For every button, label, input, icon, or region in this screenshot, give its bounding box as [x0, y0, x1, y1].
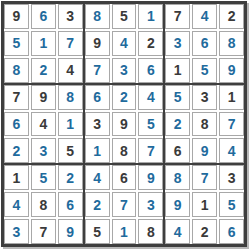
sudoku-cell-r2c7[interactable]: 3	[165, 31, 190, 56]
sudoku-box-2: 851942736	[85, 4, 164, 83]
sudoku-cell-r8c5[interactable]: 7	[112, 192, 137, 217]
sudoku-cell-r7c7[interactable]: 8	[165, 165, 190, 190]
sudoku-cell-r9c7[interactable]: 4	[165, 219, 190, 244]
sudoku-cell-r8c8[interactable]: 1	[192, 192, 217, 217]
sudoku-cell-r5c7[interactable]: 2	[165, 112, 190, 137]
sudoku-board: 9635178248519427367423681597986412356243…	[1, 1, 247, 247]
sudoku-cell-r3c4[interactable]: 7	[85, 58, 110, 83]
sudoku-cell-r3c9[interactable]: 9	[219, 58, 244, 83]
sudoku-cell-r2c2[interactable]: 1	[31, 31, 56, 56]
sudoku-cell-r8c1[interactable]: 4	[4, 192, 29, 217]
sudoku-cell-r5c6[interactable]: 5	[138, 112, 163, 137]
sudoku-cell-r5c2[interactable]: 4	[31, 112, 56, 137]
sudoku-cell-r1c7[interactable]: 7	[165, 4, 190, 29]
sudoku-cell-r9c8[interactable]: 2	[192, 219, 217, 244]
sudoku-cell-r4c5[interactable]: 2	[112, 85, 137, 110]
sudoku-cell-r9c1[interactable]: 3	[4, 219, 29, 244]
sudoku-cell-r7c9[interactable]: 3	[219, 165, 244, 190]
sudoku-cell-r6c6[interactable]: 7	[138, 138, 163, 163]
sudoku-box-4: 798641235	[4, 85, 83, 164]
sudoku-cell-r4c8[interactable]: 3	[192, 85, 217, 110]
sudoku-box-6: 531287694	[165, 85, 244, 164]
sudoku-cell-r8c9[interactable]: 5	[219, 192, 244, 217]
sudoku-cell-r1c2[interactable]: 6	[31, 4, 56, 29]
sudoku-cell-r1c6[interactable]: 1	[138, 4, 163, 29]
sudoku-cell-r8c3[interactable]: 6	[58, 192, 83, 217]
sudoku-cell-r5c3[interactable]: 1	[58, 112, 83, 137]
sudoku-cell-r3c3[interactable]: 4	[58, 58, 83, 83]
sudoku-cell-r6c1[interactable]: 2	[4, 138, 29, 163]
sudoku-cell-r4c2[interactable]: 9	[31, 85, 56, 110]
sudoku-box-8: 469273518	[85, 165, 164, 244]
sudoku-cell-r9c9[interactable]: 6	[219, 219, 244, 244]
sudoku-cell-r5c8[interactable]: 8	[192, 112, 217, 137]
sudoku-cell-r1c8[interactable]: 4	[192, 4, 217, 29]
sudoku-cell-r8c7[interactable]: 9	[165, 192, 190, 217]
sudoku-cell-r7c4[interactable]: 4	[85, 165, 110, 190]
sudoku-cell-r4c4[interactable]: 6	[85, 85, 110, 110]
sudoku-cell-r4c6[interactable]: 4	[138, 85, 163, 110]
sudoku-cell-r5c5[interactable]: 9	[112, 112, 137, 137]
sudoku-cell-r7c6[interactable]: 9	[138, 165, 163, 190]
sudoku-cell-r2c6[interactable]: 2	[138, 31, 163, 56]
sudoku-cell-r3c1[interactable]: 8	[4, 58, 29, 83]
sudoku-cell-r9c3[interactable]: 9	[58, 219, 83, 244]
sudoku-cell-r4c9[interactable]: 1	[219, 85, 244, 110]
sudoku-cell-r3c2[interactable]: 2	[31, 58, 56, 83]
sudoku-box-9: 873915426	[165, 165, 244, 244]
sudoku-cell-r2c3[interactable]: 7	[58, 31, 83, 56]
sudoku-cell-r9c2[interactable]: 7	[31, 219, 56, 244]
sudoku-cell-r2c9[interactable]: 8	[219, 31, 244, 56]
sudoku-box-5: 624395187	[85, 85, 164, 164]
sudoku-box-7: 152486379	[4, 165, 83, 244]
sudoku-cell-r5c4[interactable]: 3	[85, 112, 110, 137]
sudoku-cell-r3c6[interactable]: 6	[138, 58, 163, 83]
sudoku-cell-r5c1[interactable]: 6	[4, 112, 29, 137]
sudoku-cell-r1c5[interactable]: 5	[112, 4, 137, 29]
sudoku-cell-r1c4[interactable]: 8	[85, 4, 110, 29]
sudoku-cell-r9c6[interactable]: 8	[138, 219, 163, 244]
sudoku-cell-r3c5[interactable]: 3	[112, 58, 137, 83]
sudoku-cell-r6c5[interactable]: 8	[112, 138, 137, 163]
sudoku-cell-r7c1[interactable]: 1	[4, 165, 29, 190]
sudoku-cell-r6c2[interactable]: 3	[31, 138, 56, 163]
sudoku-cell-r5c9[interactable]: 7	[219, 112, 244, 137]
sudoku-cell-r6c9[interactable]: 4	[219, 138, 244, 163]
sudoku-cell-r7c5[interactable]: 6	[112, 165, 137, 190]
sudoku-cell-r6c4[interactable]: 1	[85, 138, 110, 163]
sudoku-cell-r7c2[interactable]: 5	[31, 165, 56, 190]
sudoku-cell-r1c3[interactable]: 3	[58, 4, 83, 29]
sudoku-cell-r9c5[interactable]: 1	[112, 219, 137, 244]
sudoku-cell-r2c1[interactable]: 5	[4, 31, 29, 56]
sudoku-cell-r6c3[interactable]: 5	[58, 138, 83, 163]
sudoku-cell-r8c2[interactable]: 8	[31, 192, 56, 217]
sudoku-cell-r9c4[interactable]: 5	[85, 219, 110, 244]
sudoku-box-1: 963517824	[4, 4, 83, 83]
sudoku-cell-r3c8[interactable]: 5	[192, 58, 217, 83]
sudoku-cell-r4c1[interactable]: 7	[4, 85, 29, 110]
sudoku-cell-r3c7[interactable]: 1	[165, 58, 190, 83]
sudoku-cell-r8c4[interactable]: 2	[85, 192, 110, 217]
sudoku-cell-r6c7[interactable]: 6	[165, 138, 190, 163]
sudoku-cell-r7c3[interactable]: 2	[58, 165, 83, 190]
sudoku-cell-r2c8[interactable]: 6	[192, 31, 217, 56]
sudoku-cell-r4c7[interactable]: 5	[165, 85, 190, 110]
sudoku-cell-r4c3[interactable]: 8	[58, 85, 83, 110]
sudoku-cell-r1c9[interactable]: 2	[219, 4, 244, 29]
sudoku-cell-r6c8[interactable]: 9	[192, 138, 217, 163]
sudoku-cell-r2c4[interactable]: 9	[85, 31, 110, 56]
sudoku-box-3: 742368159	[165, 4, 244, 83]
sudoku-cell-r1c1[interactable]: 9	[4, 4, 29, 29]
sudoku-cell-r2c5[interactable]: 4	[112, 31, 137, 56]
sudoku-cell-r7c8[interactable]: 7	[192, 165, 217, 190]
sudoku-cell-r8c6[interactable]: 3	[138, 192, 163, 217]
